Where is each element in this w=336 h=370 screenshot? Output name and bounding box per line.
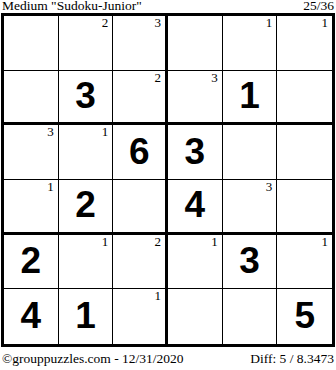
page-title: Medium "Sudoku-Junior" [2, 0, 142, 14]
pencil-mark: 3 [47, 125, 54, 139]
cell-r6c4[interactable] [168, 289, 223, 344]
cell-r1c6[interactable]: 1 [277, 16, 332, 71]
cell-r5c6[interactable]: 1 [277, 235, 332, 290]
cell-r4c2[interactable]: 2 [59, 180, 114, 235]
cell-r6c5[interactable] [223, 289, 278, 344]
pencil-mark: 1 [155, 289, 162, 303]
cell-r5c4[interactable]: 1 [168, 235, 223, 290]
pencil-mark: 1 [102, 235, 109, 249]
given-digit: 1 [239, 77, 260, 114]
pencil-mark: 2 [155, 235, 162, 249]
cell-r5c3[interactable]: 2 [113, 235, 168, 290]
cell-r6c6[interactable]: 5 [277, 289, 332, 344]
cell-r1c2[interactable]: 2 [59, 16, 114, 71]
cell-r5c5[interactable]: 3 [223, 235, 278, 290]
cell-r2c6[interactable] [277, 71, 332, 126]
cells-remaining-counter: 25/36 [303, 0, 334, 14]
given-digit: 4 [21, 297, 42, 334]
pencil-mark: 2 [155, 71, 162, 85]
given-digit: 3 [75, 77, 96, 114]
copyright-text: ©grouppuzzles.com - 12/31/2020 [2, 351, 184, 367]
cell-r1c1[interactable] [4, 16, 59, 71]
given-digit: 2 [75, 186, 96, 223]
given-digit: 4 [185, 186, 206, 223]
cell-r2c3[interactable]: 2 [113, 71, 168, 126]
cell-r1c5[interactable]: 1 [223, 16, 278, 71]
sudoku-board: 23113231316312432121314115 [1, 13, 335, 347]
cell-r4c5[interactable]: 3 [223, 180, 278, 235]
given-digit: 3 [239, 242, 260, 279]
cell-r3c1[interactable]: 3 [4, 125, 59, 180]
difficulty-text: Diff: 5 / 8.3473 [250, 351, 334, 367]
given-digit: 5 [294, 297, 315, 334]
cell-r3c4[interactable]: 3 [168, 125, 223, 180]
given-digit: 6 [129, 133, 150, 170]
pencil-mark: 3 [211, 71, 218, 85]
pencil-mark: 1 [211, 235, 218, 249]
cell-r3c3[interactable]: 6 [113, 125, 168, 180]
pencil-mark: 1 [47, 180, 54, 194]
cell-r6c3[interactable]: 1 [113, 289, 168, 344]
cell-r2c4[interactable]: 3 [168, 71, 223, 126]
cell-r3c2[interactable]: 1 [59, 125, 114, 180]
given-digit: 3 [185, 133, 206, 170]
pencil-mark: 3 [155, 16, 162, 30]
cell-r1c3[interactable]: 3 [113, 16, 168, 71]
cell-r6c2[interactable]: 1 [59, 289, 114, 344]
cell-r2c2[interactable]: 3 [59, 71, 114, 126]
cell-r3c5[interactable] [223, 125, 278, 180]
cell-r4c1[interactable]: 1 [4, 180, 59, 235]
cell-r5c2[interactable]: 1 [59, 235, 114, 290]
pencil-mark: 1 [322, 235, 329, 249]
cell-r6c1[interactable]: 4 [4, 289, 59, 344]
cell-r2c1[interactable] [4, 71, 59, 126]
cell-r1c4[interactable] [168, 16, 223, 71]
cell-r2c5[interactable]: 1 [223, 71, 278, 126]
given-digit: 2 [21, 242, 42, 279]
cell-r4c3[interactable] [113, 180, 168, 235]
cell-r4c4[interactable]: 4 [168, 180, 223, 235]
pencil-mark: 1 [102, 125, 109, 139]
puzzle-page: Medium "Sudoku-Junior" 25/36 23113231316… [0, 0, 336, 370]
cell-r3c6[interactable] [277, 125, 332, 180]
pencil-mark: 1 [266, 16, 273, 30]
cell-r5c1[interactable]: 2 [4, 235, 59, 290]
pencil-mark: 3 [266, 180, 273, 194]
cell-r4c6[interactable] [277, 180, 332, 235]
given-digit: 1 [75, 297, 96, 334]
pencil-mark: 1 [322, 16, 329, 30]
pencil-mark: 2 [102, 16, 109, 30]
